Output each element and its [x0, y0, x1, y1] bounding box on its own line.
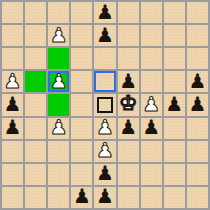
board-cell-c1-r1[interactable]: [25, 25, 46, 46]
board-cell-c2-r3[interactable]: ♟: [48, 71, 69, 92]
board-cell-c4-r4[interactable]: [94, 94, 115, 115]
board-cell-c0-r8[interactable]: [2, 187, 23, 208]
board-cell-c3-r8[interactable]: ♟: [71, 187, 92, 208]
board-cell-c8-r3[interactable]: ♟: [187, 71, 208, 92]
board-cell-c5-r8[interactable]: [118, 187, 139, 208]
board-cell-c6-r6[interactable]: [141, 141, 162, 162]
white-pawn: ♟: [50, 71, 68, 91]
board-cell-c4-r2[interactable]: [94, 48, 115, 69]
board-cell-c8-r6[interactable]: [187, 141, 208, 162]
board-cell-c0-r0[interactable]: [2, 2, 23, 23]
board-cell-c4-r3[interactable]: [94, 71, 115, 92]
board-cell-c2-r1[interactable]: ♟: [48, 25, 69, 46]
board-cell-c7-r2[interactable]: [164, 48, 185, 69]
board-cell-c0-r1[interactable]: [2, 25, 23, 46]
board-cell-c6-r1[interactable]: [141, 25, 162, 46]
board-cell-c5-r0[interactable]: [118, 2, 139, 23]
black-pawn: ♟: [119, 71, 137, 91]
board-cell-c5-r7[interactable]: [118, 164, 139, 185]
board-cell-c5-r1[interactable]: [118, 25, 139, 46]
board-cell-c8-r5[interactable]: [187, 118, 208, 139]
board-cell-c2-r7[interactable]: [48, 164, 69, 185]
board-cell-c3-r4[interactable]: [71, 94, 92, 115]
black-pawn: ♟: [73, 186, 91, 206]
board-cell-c5-r3[interactable]: ♟: [118, 71, 139, 92]
board-cell-c2-r2[interactable]: [48, 48, 69, 69]
board-cell-c6-r0[interactable]: [141, 2, 162, 23]
board-cell-c0-r6[interactable]: [2, 141, 23, 162]
black-pawn: ♟: [4, 117, 22, 137]
board-cell-c8-r4[interactable]: ♟: [187, 94, 208, 115]
black-pawn: ♟: [142, 117, 160, 137]
board-cell-c6-r5[interactable]: ♟: [141, 118, 162, 139]
board-cell-c6-r7[interactable]: [141, 164, 162, 185]
board-cell-c2-r8[interactable]: [48, 187, 69, 208]
board-cell-c3-r5[interactable]: [71, 118, 92, 139]
board-cell-c4-r8[interactable]: ♟: [94, 187, 115, 208]
white-pawn: ♟: [96, 140, 114, 160]
black-pawn: ♟: [96, 163, 114, 183]
board-cell-c1-r7[interactable]: [25, 164, 46, 185]
black-pawn: ♟: [188, 71, 206, 91]
board-cell-c6-r2[interactable]: [141, 48, 162, 69]
black-pawn: ♟: [165, 94, 183, 114]
board-cell-c7-r4[interactable]: ♟: [164, 94, 185, 115]
white-pawn: ♟: [96, 117, 114, 137]
board-cell-c1-r2[interactable]: [25, 48, 46, 69]
white-pawn: ♟: [4, 71, 22, 91]
board-cell-c3-r0[interactable]: [71, 2, 92, 23]
board-cell-c8-r0[interactable]: [187, 2, 208, 23]
board-cell-c4-r0[interactable]: ♟: [94, 2, 115, 23]
board-cell-c3-r6[interactable]: [71, 141, 92, 162]
board-cell-c5-r5[interactable]: ♟: [118, 118, 139, 139]
black-pawn: ♟: [119, 117, 137, 137]
board-cell-c0-r2[interactable]: [2, 48, 23, 69]
board-cell-c8-r1[interactable]: [187, 25, 208, 46]
board-cell-c7-r0[interactable]: [164, 2, 185, 23]
board-cell-c5-r6[interactable]: [118, 141, 139, 162]
board-cell-c0-r5[interactable]: ♟: [2, 118, 23, 139]
board-cell-c4-r7[interactable]: ♟: [94, 164, 115, 185]
white-pawn: ♟: [50, 117, 68, 137]
board-cell-c7-r6[interactable]: [164, 141, 185, 162]
black-pawn: ♟: [188, 94, 206, 114]
black-pawn: ♟: [96, 2, 114, 22]
square-marker-icon: [97, 97, 113, 113]
board-cell-c6-r8[interactable]: [141, 187, 162, 208]
board-cell-c2-r6[interactable]: [48, 141, 69, 162]
board-cell-c4-r1[interactable]: ♟: [94, 25, 115, 46]
white-king: ♚: [119, 93, 138, 114]
black-pawn: ♟: [96, 25, 114, 45]
board-cell-c8-r7[interactable]: [187, 164, 208, 185]
board-cell-c1-r0[interactable]: [25, 2, 46, 23]
board-cell-c4-r6[interactable]: ♟: [94, 141, 115, 162]
board-cell-c0-r7[interactable]: [2, 164, 23, 185]
board-cell-c1-r3[interactable]: [25, 71, 46, 92]
board-cell-c7-r1[interactable]: [164, 25, 185, 46]
board-cell-c3-r3[interactable]: [71, 71, 92, 92]
board-cell-c2-r5[interactable]: ♟: [48, 118, 69, 139]
board-cell-c6-r4[interactable]: ♟: [141, 94, 162, 115]
board-cell-c7-r8[interactable]: [164, 187, 185, 208]
board-cell-c7-r5[interactable]: [164, 118, 185, 139]
white-pawn: ♟: [142, 94, 160, 114]
board-cell-c5-r2[interactable]: [118, 48, 139, 69]
white-pawn: ♟: [50, 25, 68, 45]
board-cell-c1-r8[interactable]: [25, 187, 46, 208]
board-cell-c1-r6[interactable]: [25, 141, 46, 162]
black-pawn: ♟: [96, 186, 114, 206]
board-cell-c2-r0[interactable]: [48, 2, 69, 23]
board-cell-c0-r4[interactable]: ♟: [2, 94, 23, 115]
board-cell-c3-r7[interactable]: [71, 164, 92, 185]
board-cell-c1-r5[interactable]: [25, 118, 46, 139]
black-pawn: ♟: [4, 94, 22, 114]
board-cell-c4-r5[interactable]: ♟: [94, 118, 115, 139]
board-cell-c1-r4[interactable]: [25, 94, 46, 115]
board-cell-c5-r4[interactable]: ♚: [118, 94, 139, 115]
board-cell-c7-r7[interactable]: [164, 164, 185, 185]
board-cell-c7-r3[interactable]: [164, 71, 185, 92]
board-cell-c8-r2[interactable]: [187, 48, 208, 69]
board-cell-c0-r3[interactable]: ♟: [2, 71, 23, 92]
board-cell-c6-r3[interactable]: [141, 71, 162, 92]
board-cell-c3-r2[interactable]: [71, 48, 92, 69]
board-cell-c8-r8[interactable]: [187, 187, 208, 208]
game-board: ♟♟♟♟♟♟♟♟♚♟♟♟♟♟♟♟♟♟♟♟♟: [0, 0, 210, 210]
board-cell-c2-r4[interactable]: [48, 94, 69, 115]
board-cell-c3-r1[interactable]: [71, 25, 92, 46]
